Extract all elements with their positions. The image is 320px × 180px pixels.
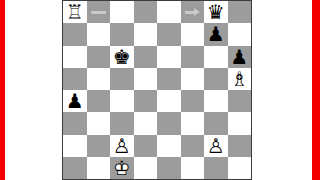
square-d8 (134, 1, 158, 23)
square-c1: ♚♔ (110, 157, 134, 179)
square-b7 (87, 23, 111, 45)
square-h1 (228, 157, 252, 179)
square-a8: ♜♖ (63, 1, 87, 23)
square-h8 (228, 1, 252, 23)
square-d1 (134, 157, 158, 179)
black-queen-g8: ♛ (204, 1, 228, 23)
square-h5: ♝♗ (228, 68, 252, 90)
square-c4 (110, 90, 134, 112)
square-b5 (87, 68, 111, 90)
square-h7 (228, 23, 252, 45)
square-c3 (110, 112, 134, 134)
chess-board: ♜♖♛♟♚♟♝♗♟♟♙♟♙♚♔ (62, 0, 252, 180)
square-a2 (63, 135, 87, 157)
square-a4: ♟ (63, 90, 87, 112)
right-red-border (312, 0, 320, 180)
square-a1 (63, 157, 87, 179)
left-red-border (0, 0, 5, 180)
move-arrow-segment (91, 11, 106, 14)
square-d4 (134, 90, 158, 112)
white-bishop-fill: ♝ (228, 68, 252, 90)
square-g6 (204, 46, 228, 68)
square-b4 (87, 90, 111, 112)
square-b6 (87, 46, 111, 68)
white-bishop-h5: ♗ (228, 68, 252, 90)
square-a6 (63, 46, 87, 68)
square-a7 (63, 23, 87, 45)
square-f4 (181, 90, 205, 112)
square-h3 (228, 112, 252, 134)
square-e3 (157, 112, 181, 134)
square-d7 (134, 23, 158, 45)
square-e4 (157, 90, 181, 112)
square-b1 (87, 157, 111, 179)
square-c6: ♚ (110, 46, 134, 68)
square-f2 (181, 135, 205, 157)
square-g7: ♟ (204, 23, 228, 45)
white-king-c1: ♔ (110, 157, 134, 179)
square-d5 (134, 68, 158, 90)
page: ♜♖♛♟♚♟♝♗♟♟♙♟♙♚♔ (0, 0, 320, 180)
square-g4 (204, 90, 228, 112)
square-e1 (157, 157, 181, 179)
square-b3 (87, 112, 111, 134)
square-b2 (87, 135, 111, 157)
square-c8 (110, 1, 134, 23)
square-h4 (228, 90, 252, 112)
black-king-c6: ♚ (110, 46, 134, 68)
square-d2 (134, 135, 158, 157)
white-pawn-fill: ♟ (110, 135, 134, 157)
square-e6 (157, 46, 181, 68)
square-f7 (181, 23, 205, 45)
square-e2 (157, 135, 181, 157)
square-h6: ♟ (228, 46, 252, 68)
square-e8 (157, 1, 181, 23)
black-pawn-a4: ♟ (63, 90, 87, 112)
move-arrow-head (185, 8, 200, 16)
square-a5 (63, 68, 87, 90)
square-a3 (63, 112, 87, 134)
square-e5 (157, 68, 181, 90)
square-f3 (181, 112, 205, 134)
square-f6 (181, 46, 205, 68)
square-d6 (134, 46, 158, 68)
square-g3 (204, 112, 228, 134)
square-g2: ♟♙ (204, 135, 228, 157)
square-c5 (110, 68, 134, 90)
white-pawn-fill: ♟ (204, 135, 228, 157)
white-rook-a8: ♖ (63, 1, 87, 23)
square-b8 (87, 1, 111, 23)
square-f5 (181, 68, 205, 90)
square-h2 (228, 135, 252, 157)
black-pawn-g7: ♟ (204, 23, 228, 45)
white-rook-fill: ♜ (63, 1, 87, 23)
white-pawn-g2: ♙ (204, 135, 228, 157)
white-pawn-c2: ♙ (110, 135, 134, 157)
square-d3 (134, 112, 158, 134)
white-king-fill: ♚ (110, 157, 134, 179)
square-e7 (157, 23, 181, 45)
square-g5 (204, 68, 228, 90)
square-g1 (204, 157, 228, 179)
square-c7 (110, 23, 134, 45)
square-g8: ♛ (204, 1, 228, 23)
black-pawn-h6: ♟ (228, 46, 252, 68)
square-f1 (181, 157, 205, 179)
square-f8 (181, 1, 205, 23)
square-c2: ♟♙ (110, 135, 134, 157)
